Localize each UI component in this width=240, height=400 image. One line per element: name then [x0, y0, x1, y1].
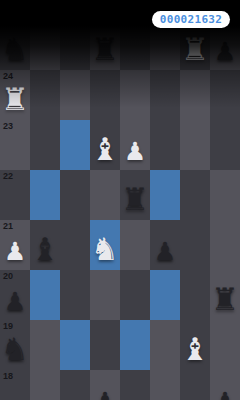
black-rook-piece: ♜	[121, 184, 149, 220]
square-r20-f4[interactable]	[120, 270, 150, 320]
square-r21-f4[interactable]	[120, 220, 150, 270]
rank-label-23: 23	[3, 122, 13, 131]
rank-label-19: 19	[3, 322, 13, 331]
black-rook-piece: ♜	[211, 284, 239, 320]
square-r21-f1[interactable]: ♝	[30, 220, 60, 270]
square-r19-f3[interactable]	[90, 320, 120, 370]
black-pawn-piece: ♟	[94, 389, 116, 400]
white-rook-piece: ♜	[1, 84, 29, 120]
square-r19-f5[interactable]	[150, 320, 180, 370]
square-r18-f3[interactable]: ♟	[90, 370, 120, 400]
square-r20-f7[interactable]: ♜	[210, 270, 240, 320]
square-r22-f3[interactable]	[90, 170, 120, 220]
square-r19-f0[interactable]: 19♞	[0, 320, 30, 370]
rank-label-22: 22	[3, 172, 13, 181]
square-r23-f2[interactable]	[60, 120, 90, 170]
square-r18-f7[interactable]: ♟	[210, 370, 240, 400]
square-r21-f7[interactable]	[210, 220, 240, 270]
black-pawn-piece: ♟	[214, 39, 236, 70]
square-r19-f2[interactable]	[60, 320, 90, 370]
square-r23-f4[interactable]: ♟	[120, 120, 150, 170]
black-pawn-piece: ♟	[154, 239, 176, 270]
game-screen: ♞♜♜♟24♜23♝♟22♜21♟♝♞♟20♟♜19♞♝18♟♟ 0000216…	[0, 0, 240, 400]
square-r18-f2[interactable]	[60, 370, 90, 400]
square-r22-f6[interactable]	[180, 170, 210, 220]
black-rook-piece: ♜	[91, 34, 119, 70]
square-r24-f1[interactable]	[30, 70, 60, 120]
score-value: 000021632	[160, 13, 222, 26]
square-r20-f1[interactable]	[30, 270, 60, 320]
white-bishop-piece: ♝	[91, 134, 119, 170]
black-pawn-piece: ♟	[4, 289, 26, 320]
square-r24-f5[interactable]	[150, 70, 180, 120]
square-r21-f3[interactable]: ♞	[90, 220, 120, 270]
square-r20-f5[interactable]	[150, 270, 180, 320]
square-r24-f2[interactable]	[60, 70, 90, 120]
white-pawn-piece: ♟	[4, 239, 26, 270]
white-knight-piece: ♞	[91, 234, 119, 270]
square-r25-f0[interactable]: ♞	[0, 20, 30, 70]
square-r22-f4[interactable]: ♜	[120, 170, 150, 220]
rank-label-24: 24	[3, 72, 13, 81]
square-r24-f3[interactable]	[90, 70, 120, 120]
square-r22-f7[interactable]	[210, 170, 240, 220]
square-r19-f6[interactable]: ♝	[180, 320, 210, 370]
square-r25-f3[interactable]: ♜	[90, 20, 120, 70]
square-r23-f6[interactable]	[180, 120, 210, 170]
square-r22-f5[interactable]	[150, 170, 180, 220]
square-r22-f1[interactable]	[30, 170, 60, 220]
square-r24-f6[interactable]	[180, 70, 210, 120]
square-r18-f4[interactable]	[120, 370, 150, 400]
square-r25-f4[interactable]	[120, 20, 150, 70]
white-rook-piece: ♜	[181, 34, 209, 70]
score-badge: 000021632	[152, 11, 230, 28]
rank-label-20: 20	[3, 272, 13, 281]
square-r20-f0[interactable]: 20♟	[0, 270, 30, 320]
square-r25-f2[interactable]	[60, 20, 90, 70]
square-r25-f1[interactable]	[30, 20, 60, 70]
square-r19-f4[interactable]	[120, 320, 150, 370]
square-r21-f6[interactable]	[180, 220, 210, 270]
square-r19-f7[interactable]	[210, 320, 240, 370]
square-r19-f1[interactable]	[30, 320, 60, 370]
square-r18-f6[interactable]	[180, 370, 210, 400]
square-r23-f0[interactable]: 23	[0, 120, 30, 170]
square-r21-f0[interactable]: 21♟	[0, 220, 30, 270]
square-r18-f0[interactable]: 18	[0, 370, 30, 400]
square-r23-f3[interactable]: ♝	[90, 120, 120, 170]
black-pawn-piece: ♟	[214, 389, 236, 400]
black-knight-piece: ♞	[1, 34, 29, 70]
square-r22-f0[interactable]: 22	[0, 170, 30, 220]
square-r20-f6[interactable]	[180, 270, 210, 320]
square-r21-f2[interactable]	[60, 220, 90, 270]
white-pawn-piece: ♟	[124, 139, 146, 170]
square-r24-f0[interactable]: 24♜	[0, 70, 30, 120]
chess-board: ♞♜♜♟24♜23♝♟22♜21♟♝♞♟20♟♜19♞♝18♟♟	[0, 20, 240, 400]
square-r24-f4[interactable]	[120, 70, 150, 120]
square-r23-f7[interactable]	[210, 120, 240, 170]
square-r22-f2[interactable]	[60, 170, 90, 220]
square-r21-f5[interactable]: ♟	[150, 220, 180, 270]
square-r20-f3[interactable]	[90, 270, 120, 320]
rank-label-18: 18	[3, 372, 13, 381]
black-bishop-piece: ♝	[31, 234, 59, 270]
black-knight-piece: ♞	[1, 334, 29, 370]
square-r18-f1[interactable]	[30, 370, 60, 400]
square-r20-f2[interactable]	[60, 270, 90, 320]
square-r18-f5[interactable]	[150, 370, 180, 400]
white-bishop-piece: ♝	[181, 334, 209, 370]
square-r23-f5[interactable]	[150, 120, 180, 170]
square-r23-f1[interactable]	[30, 120, 60, 170]
square-r24-f7[interactable]	[210, 70, 240, 120]
rank-label-21: 21	[3, 222, 13, 231]
